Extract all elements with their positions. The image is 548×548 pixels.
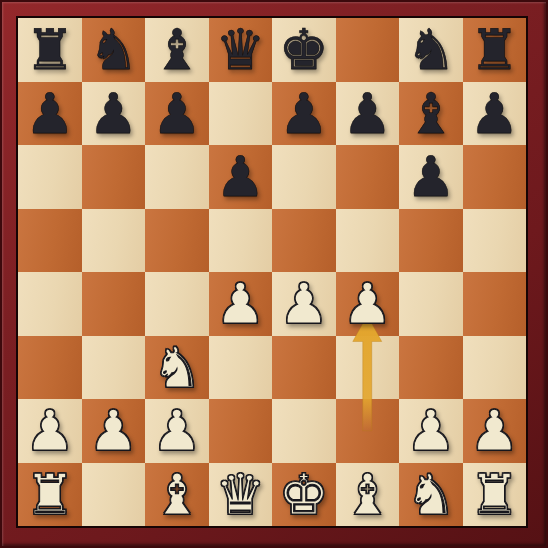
piece-black-bishop[interactable]: ♝ (152, 18, 202, 81)
square-g8[interactable]: ♞ (399, 18, 463, 82)
square-a2[interactable]: ♟ (18, 399, 82, 463)
piece-black-pawn[interactable]: ♟ (88, 82, 138, 145)
square-b2[interactable]: ♟ (82, 399, 146, 463)
piece-black-pawn[interactable]: ♟ (25, 82, 75, 145)
piece-white-rook[interactable]: ♜ (25, 463, 75, 526)
square-d6[interactable]: ♟ (209, 145, 273, 209)
square-b1[interactable] (82, 463, 146, 527)
square-a7[interactable]: ♟ (18, 82, 82, 146)
piece-white-knight[interactable]: ♞ (152, 336, 202, 399)
square-d7[interactable] (209, 82, 273, 146)
piece-white-pawn[interactable]: ♟ (406, 399, 456, 462)
square-d8[interactable]: ♛ (209, 18, 273, 82)
square-g7[interactable]: ♝ (399, 82, 463, 146)
piece-black-knight[interactable]: ♞ (88, 18, 138, 81)
square-h3[interactable] (463, 336, 527, 400)
piece-white-rook[interactable]: ♜ (469, 463, 519, 526)
piece-white-queen[interactable]: ♛ (215, 463, 265, 526)
square-e6[interactable] (272, 145, 336, 209)
square-c7[interactable]: ♟ (145, 82, 209, 146)
square-f4[interactable]: ♟ (336, 272, 400, 336)
square-h6[interactable] (463, 145, 527, 209)
square-c6[interactable] (145, 145, 209, 209)
piece-white-pawn[interactable]: ♟ (25, 399, 75, 462)
piece-black-rook[interactable]: ♜ (469, 18, 519, 81)
square-g3[interactable] (399, 336, 463, 400)
square-a4[interactable] (18, 272, 82, 336)
square-h4[interactable] (463, 272, 527, 336)
square-e5[interactable] (272, 209, 336, 273)
chess-board: ♜♞♝♛♚♞♜♟♟♟♟♟♝♟♟♟♟♟♟♞♟♟♟♟♟♜♝♛♚♝♞♜ (18, 18, 526, 526)
square-c8[interactable]: ♝ (145, 18, 209, 82)
square-b4[interactable] (82, 272, 146, 336)
square-h8[interactable]: ♜ (463, 18, 527, 82)
square-h1[interactable]: ♜ (463, 463, 527, 527)
piece-white-bishop[interactable]: ♝ (152, 463, 202, 526)
square-f6[interactable] (336, 145, 400, 209)
square-h5[interactable] (463, 209, 527, 273)
square-e4[interactable]: ♟ (272, 272, 336, 336)
square-f7[interactable]: ♟ (336, 82, 400, 146)
piece-black-queen[interactable]: ♛ (215, 18, 265, 81)
square-f1[interactable]: ♝ (336, 463, 400, 527)
square-c4[interactable] (145, 272, 209, 336)
piece-black-pawn[interactable]: ♟ (152, 82, 202, 145)
square-g5[interactable] (399, 209, 463, 273)
square-f8[interactable] (336, 18, 400, 82)
piece-black-knight[interactable]: ♞ (406, 18, 456, 81)
square-d1[interactable]: ♛ (209, 463, 273, 527)
piece-white-pawn[interactable]: ♟ (152, 399, 202, 462)
square-b5[interactable] (82, 209, 146, 273)
square-e8[interactable]: ♚ (272, 18, 336, 82)
square-c3[interactable]: ♞ (145, 336, 209, 400)
square-h7[interactable]: ♟ (463, 82, 527, 146)
square-b3[interactable] (82, 336, 146, 400)
square-d4[interactable]: ♟ (209, 272, 273, 336)
board-frame: ♜♞♝♛♚♞♜♟♟♟♟♟♝♟♟♟♟♟♟♞♟♟♟♟♟♜♝♛♚♝♞♜ (0, 0, 548, 548)
square-a1[interactable]: ♜ (18, 463, 82, 527)
piece-white-pawn[interactable]: ♟ (88, 399, 138, 462)
piece-black-rook[interactable]: ♜ (25, 18, 75, 81)
square-a3[interactable] (18, 336, 82, 400)
square-e1[interactable]: ♚ (272, 463, 336, 527)
square-g6[interactable]: ♟ (399, 145, 463, 209)
square-c1[interactable]: ♝ (145, 463, 209, 527)
piece-white-bishop[interactable]: ♝ (342, 463, 392, 526)
square-d5[interactable] (209, 209, 273, 273)
square-e2[interactable] (272, 399, 336, 463)
piece-black-pawn[interactable]: ♟ (279, 82, 329, 145)
piece-black-pawn[interactable]: ♟ (406, 145, 456, 208)
piece-black-pawn[interactable]: ♟ (469, 82, 519, 145)
piece-white-pawn[interactable]: ♟ (469, 399, 519, 462)
piece-black-king[interactable]: ♚ (279, 18, 329, 81)
square-f3[interactable] (336, 336, 400, 400)
piece-white-knight[interactable]: ♞ (406, 463, 456, 526)
square-a5[interactable] (18, 209, 82, 273)
piece-white-pawn[interactable]: ♟ (342, 272, 392, 335)
square-e7[interactable]: ♟ (272, 82, 336, 146)
square-d3[interactable] (209, 336, 273, 400)
piece-white-pawn[interactable]: ♟ (215, 272, 265, 335)
piece-white-pawn[interactable]: ♟ (279, 272, 329, 335)
square-e3[interactable] (272, 336, 336, 400)
square-g2[interactable]: ♟ (399, 399, 463, 463)
square-g4[interactable] (399, 272, 463, 336)
piece-black-pawn[interactable]: ♟ (215, 145, 265, 208)
square-a8[interactable]: ♜ (18, 18, 82, 82)
square-b8[interactable]: ♞ (82, 18, 146, 82)
square-b6[interactable] (82, 145, 146, 209)
square-b7[interactable]: ♟ (82, 82, 146, 146)
square-h2[interactable]: ♟ (463, 399, 527, 463)
piece-black-bishop[interactable]: ♝ (406, 82, 456, 145)
square-f2[interactable] (336, 399, 400, 463)
piece-white-king[interactable]: ♚ (279, 463, 329, 526)
square-f5[interactable] (336, 209, 400, 273)
square-g1[interactable]: ♞ (399, 463, 463, 527)
square-d2[interactable] (209, 399, 273, 463)
square-a6[interactable] (18, 145, 82, 209)
square-c2[interactable]: ♟ (145, 399, 209, 463)
piece-black-pawn[interactable]: ♟ (342, 82, 392, 145)
square-c5[interactable] (145, 209, 209, 273)
